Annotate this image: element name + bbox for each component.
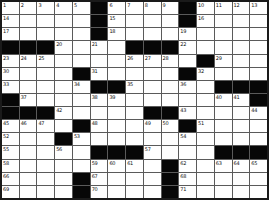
clue-number: 11	[216, 2, 222, 8]
cell-r5c13[interactable]: 29	[215, 55, 232, 67]
clue-number: 6	[109, 2, 112, 8]
cell-r4c14[interactable]	[233, 41, 250, 53]
cell-r2c12[interactable]: 16	[197, 15, 214, 27]
cell-r10c2[interactable]: 46	[20, 120, 37, 132]
cell-r8c14[interactable]: 41	[233, 94, 250, 106]
clue-number: 71	[180, 186, 186, 192]
cell-r8c8[interactable]	[126, 94, 143, 106]
cell-r3c10[interactable]	[162, 28, 179, 40]
clue-number: 59	[92, 160, 98, 166]
cell-r11c14[interactable]	[233, 133, 250, 145]
cell-r14c3[interactable]	[37, 173, 54, 185]
black-cell-r12c7	[108, 146, 125, 158]
clue-number: 64	[234, 160, 240, 166]
cell-r13c4[interactable]	[55, 160, 72, 172]
cell-r4c7[interactable]	[108, 41, 125, 53]
cell-r4c11[interactable]: 22	[179, 41, 196, 53]
cell-r11c2[interactable]	[20, 133, 37, 145]
cell-r5c8[interactable]: 26	[126, 55, 143, 67]
cell-r14c4[interactable]	[55, 173, 72, 185]
clue-number: 55	[3, 146, 9, 152]
clue-number: 13	[251, 2, 257, 8]
cell-r3c11[interactable]: 19	[179, 28, 196, 40]
black-cell-r8c1	[2, 94, 19, 106]
cell-r1c3[interactable]: 3	[37, 2, 54, 14]
cell-r8c9[interactable]	[144, 94, 161, 106]
black-cell-r1c11	[179, 2, 196, 14]
cell-r6c4[interactable]	[55, 68, 72, 80]
clue-number: 50	[163, 120, 169, 126]
cell-r2c10[interactable]	[162, 15, 179, 27]
black-cell-r9c3	[37, 107, 54, 119]
cell-r10c14[interactable]	[233, 120, 250, 132]
black-cell-r2c11	[179, 15, 196, 27]
cell-r12c11[interactable]	[179, 146, 196, 158]
cell-r14c6[interactable]: 67	[91, 173, 108, 185]
cell-r3c3[interactable]	[37, 28, 54, 40]
cell-r4c15[interactable]	[250, 41, 267, 53]
clue-number: 66	[3, 173, 9, 179]
black-cell-r4c9	[144, 41, 161, 53]
clue-number: 9	[163, 2, 166, 8]
clue-number: 5	[74, 2, 77, 8]
cell-r3c12[interactable]	[197, 28, 214, 40]
cell-r11c11[interactable]: 54	[179, 133, 196, 145]
cell-r14c9[interactable]	[144, 173, 161, 185]
cell-r3c5[interactable]	[73, 28, 90, 40]
clue-number: 65	[251, 160, 257, 166]
cell-r13c1[interactable]: 58	[2, 160, 19, 172]
black-cell-r6c11	[179, 68, 196, 80]
clue-number: 15	[109, 15, 115, 21]
clue-number: 12	[234, 2, 240, 8]
cell-r1c2[interactable]: 2	[20, 2, 37, 14]
crossword-grid: 1234567891011121314151617181920212223242…	[0, 0, 269, 200]
clue-number: 27	[145, 55, 151, 61]
cell-r14c12[interactable]	[197, 173, 214, 185]
cell-r1c5[interactable]: 5	[73, 2, 90, 14]
cell-r6c7[interactable]	[108, 68, 125, 80]
cell-r3c2[interactable]	[20, 28, 37, 40]
black-cell-r7c14	[233, 81, 250, 93]
cell-r15c6[interactable]: 70	[91, 186, 108, 198]
clue-number: 4	[56, 2, 59, 8]
cell-r3c9[interactable]	[144, 28, 161, 40]
clue-number: 52	[3, 133, 9, 139]
cell-r2c14[interactable]	[233, 15, 250, 27]
cell-r3c8[interactable]	[126, 28, 143, 40]
cell-r5c11[interactable]	[179, 55, 196, 67]
cell-r3c13[interactable]	[215, 28, 232, 40]
cell-r8c11[interactable]	[179, 94, 196, 106]
cell-r2c13[interactable]	[215, 15, 232, 27]
cell-r5c10[interactable]: 28	[162, 55, 179, 67]
cell-r10c8[interactable]	[126, 120, 143, 132]
cell-r15c15[interactable]	[250, 186, 267, 198]
cell-r6c13[interactable]	[215, 68, 232, 80]
clue-number: 14	[3, 15, 9, 21]
cell-r10c13[interactable]	[215, 120, 232, 132]
cell-r14c7[interactable]	[108, 173, 125, 185]
cell-r9c6[interactable]	[91, 107, 108, 119]
clue-number: 21	[92, 41, 98, 47]
clue-number: 18	[109, 28, 115, 34]
clue-number: 29	[216, 55, 222, 61]
cell-r8c12[interactable]	[197, 94, 214, 106]
cell-r13c11[interactable]: 62	[179, 160, 196, 172]
black-cell-r5c12	[197, 55, 214, 67]
cell-r11c5[interactable]: 53	[73, 133, 90, 145]
cell-r14c1[interactable]: 66	[2, 173, 19, 185]
cell-r8c4[interactable]	[55, 94, 72, 106]
cell-r7c4[interactable]	[55, 81, 72, 93]
cell-r12c2[interactable]	[20, 146, 37, 158]
cell-r5c15[interactable]	[250, 55, 267, 67]
cell-r10c7[interactable]	[108, 120, 125, 132]
black-cell-r7c7	[108, 81, 125, 93]
black-cell-r10c5	[73, 120, 90, 132]
cell-r13c5[interactable]	[73, 160, 90, 172]
clue-number: 26	[127, 55, 133, 61]
cell-r15c3[interactable]	[37, 186, 54, 198]
cell-r1c14[interactable]: 12	[233, 2, 250, 14]
cell-r11c7[interactable]	[108, 133, 125, 145]
cell-r14c13[interactable]	[215, 173, 232, 185]
cell-r13c15[interactable]: 65	[250, 160, 267, 172]
crossword-page: 1234567891011121314151617181920212223242…	[0, 0, 270, 202]
clue-number: 16	[198, 15, 204, 21]
cell-r11c12[interactable]	[197, 133, 214, 145]
clue-number: 54	[180, 133, 186, 139]
cell-r8c10[interactable]	[162, 94, 179, 106]
clue-number: 53	[74, 133, 80, 139]
clue-number: 3	[38, 2, 41, 8]
cell-r7c9[interactable]	[144, 81, 161, 93]
clue-number: 1	[3, 2, 6, 8]
cell-r6c15[interactable]	[250, 68, 267, 80]
cell-r5c3[interactable]: 25	[37, 55, 54, 67]
cell-r6c1[interactable]: 30	[2, 68, 19, 80]
cell-r3c4[interactable]	[55, 28, 72, 40]
black-cell-r4c8	[126, 41, 143, 53]
black-cell-r6c5	[73, 68, 90, 80]
cell-r7c12[interactable]	[197, 81, 214, 93]
black-cell-r13c10	[162, 160, 179, 172]
clue-number: 31	[92, 68, 98, 74]
cell-r4c13[interactable]	[215, 41, 232, 53]
clue-number: 33	[3, 81, 9, 87]
cell-r1c13[interactable]: 11	[215, 2, 232, 14]
cell-r2c9[interactable]	[144, 15, 161, 27]
cell-r8c13[interactable]: 40	[215, 94, 232, 106]
cell-r4c12[interactable]	[197, 41, 214, 53]
black-cell-r11c4	[55, 133, 72, 145]
cell-r15c2[interactable]	[20, 186, 37, 198]
black-cell-r4c3	[37, 41, 54, 53]
clue-number: 60	[109, 160, 115, 166]
cell-r3c7[interactable]: 18	[108, 28, 125, 40]
black-cell-r7c6	[91, 81, 108, 93]
cell-r5c5[interactable]	[73, 55, 90, 67]
black-cell-r12c13	[215, 146, 232, 158]
cell-r1c4[interactable]: 4	[55, 2, 72, 14]
clue-number: 47	[38, 120, 44, 126]
cell-r11c1[interactable]: 52	[2, 133, 19, 145]
cell-r6c6[interactable]: 31	[91, 68, 108, 80]
cell-r5c1[interactable]: 23	[2, 55, 19, 67]
black-cell-r9c10	[162, 107, 179, 119]
clue-number: 44	[251, 107, 257, 113]
cell-r6c12[interactable]: 32	[197, 68, 214, 80]
clue-number: 42	[56, 107, 62, 113]
black-cell-r15c5	[73, 186, 90, 198]
black-cell-r14c5	[73, 173, 90, 185]
cell-r2c3[interactable]	[37, 15, 54, 27]
cell-r12c1[interactable]: 55	[2, 146, 19, 158]
clue-number: 8	[145, 2, 148, 8]
clue-number: 62	[180, 160, 186, 166]
cell-r9c14[interactable]	[233, 107, 250, 119]
cell-r9c8[interactable]	[126, 107, 143, 119]
cell-r11c10[interactable]	[162, 133, 179, 145]
clue-number: 20	[56, 41, 62, 47]
cell-r13c12[interactable]	[197, 160, 214, 172]
clue-number: 67	[92, 173, 98, 179]
cell-r9c11[interactable]: 43	[179, 107, 196, 119]
cell-r7c11[interactable]: 36	[179, 81, 196, 93]
cell-r12c10[interactable]	[162, 146, 179, 158]
black-cell-r2c6	[91, 15, 108, 27]
cell-r12c4[interactable]: 56	[55, 146, 72, 158]
cell-r8c7[interactable]: 39	[108, 94, 125, 106]
black-cell-r7c13	[215, 81, 232, 93]
cell-r6c14[interactable]	[233, 68, 250, 80]
clue-number: 10	[198, 2, 204, 8]
cell-r11c13[interactable]	[215, 133, 232, 145]
cell-r12c9[interactable]: 57	[144, 146, 161, 158]
clue-number: 35	[127, 81, 133, 87]
cell-r15c8[interactable]	[126, 186, 143, 198]
clue-number: 24	[21, 55, 27, 61]
cell-r10c3[interactable]: 47	[37, 120, 54, 132]
cell-r15c9[interactable]	[144, 186, 161, 198]
black-cell-r4c10	[162, 41, 179, 53]
cell-r6c2[interactable]	[20, 68, 37, 80]
cell-r12c12[interactable]	[197, 146, 214, 158]
black-cell-r9c2	[20, 107, 37, 119]
clue-number: 61	[127, 160, 133, 166]
clue-number: 48	[92, 120, 98, 126]
cell-r4c4[interactable]: 20	[55, 41, 72, 53]
cell-r9c15[interactable]: 44	[250, 107, 267, 119]
cell-r8c5[interactable]	[73, 94, 90, 106]
clue-number: 34	[74, 81, 80, 87]
clue-number: 70	[92, 186, 98, 192]
black-cell-r4c2	[20, 41, 37, 53]
cell-r13c3[interactable]	[37, 160, 54, 172]
cell-r4c6[interactable]: 21	[91, 41, 108, 53]
clue-number: 2	[21, 2, 24, 8]
clue-number: 57	[145, 146, 151, 152]
cell-r7c5[interactable]: 34	[73, 81, 90, 93]
clue-number: 69	[3, 186, 9, 192]
clue-number: 58	[3, 160, 9, 166]
cell-r2c5[interactable]	[73, 15, 90, 27]
cell-r15c1[interactable]: 69	[2, 186, 19, 198]
clue-number: 43	[180, 107, 186, 113]
cell-r6c9[interactable]	[144, 68, 161, 80]
cell-r14c15[interactable]	[250, 173, 267, 185]
black-cell-r12c14	[233, 146, 250, 158]
cell-r7c3[interactable]	[37, 81, 54, 93]
clue-number: 37	[21, 94, 27, 100]
cell-r15c11[interactable]: 71	[179, 186, 196, 198]
cell-r8c6[interactable]: 38	[91, 94, 108, 106]
black-cell-r10c11	[179, 120, 196, 132]
cell-r9c5[interactable]	[73, 107, 90, 119]
cell-r4c5[interactable]	[73, 41, 90, 53]
cell-r15c4[interactable]	[55, 186, 72, 198]
cell-r1c10[interactable]: 9	[162, 2, 179, 14]
cell-r10c6[interactable]: 48	[91, 120, 108, 132]
cell-r13c13[interactable]: 63	[215, 160, 232, 172]
clue-number: 51	[198, 120, 204, 126]
cell-r3c14[interactable]	[233, 28, 250, 40]
clue-number: 39	[109, 94, 115, 100]
cell-r13c7[interactable]: 60	[108, 160, 125, 172]
clue-number: 36	[180, 81, 186, 87]
cell-r7c10[interactable]	[162, 81, 179, 93]
clue-number: 38	[92, 94, 98, 100]
cell-r7c8[interactable]: 35	[126, 81, 143, 93]
clue-number: 41	[234, 94, 240, 100]
clue-number: 40	[216, 94, 222, 100]
cell-r14c11[interactable]: 68	[179, 173, 196, 185]
black-cell-r12c6	[91, 146, 108, 158]
cell-r14c2[interactable]	[20, 173, 37, 185]
black-cell-r9c9	[144, 107, 161, 119]
cell-r5c6[interactable]	[91, 55, 108, 67]
cell-r1c15[interactable]: 13	[250, 2, 267, 14]
cell-r15c13[interactable]	[215, 186, 232, 198]
black-cell-r12c8	[126, 146, 143, 158]
cell-r2c15[interactable]	[250, 15, 267, 27]
cell-r2c1[interactable]: 14	[2, 15, 19, 27]
cell-r15c12[interactable]	[197, 186, 214, 198]
cell-r11c6[interactable]	[91, 133, 108, 145]
cell-r11c15[interactable]	[250, 133, 267, 145]
cell-r1c12[interactable]: 10	[197, 2, 214, 14]
clue-number: 22	[180, 41, 186, 47]
cell-r6c8[interactable]	[126, 68, 143, 80]
cell-r11c3[interactable]	[37, 133, 54, 145]
clue-number: 23	[3, 55, 9, 61]
cell-r11c8[interactable]	[126, 133, 143, 145]
cell-r7c1[interactable]: 33	[2, 81, 19, 93]
cell-r15c7[interactable]	[108, 186, 125, 198]
clue-number: 30	[3, 68, 9, 74]
cell-r8c2[interactable]: 37	[20, 94, 37, 106]
clue-number: 45	[3, 120, 9, 126]
cell-r14c14[interactable]	[233, 173, 250, 185]
cell-r12c5[interactable]	[73, 146, 90, 158]
cell-r9c13[interactable]	[215, 107, 232, 119]
cell-r2c7[interactable]: 15	[108, 15, 125, 27]
clue-number: 46	[21, 120, 27, 126]
cell-r11c9[interactable]	[144, 133, 161, 145]
cell-r2c8[interactable]	[126, 15, 143, 27]
clue-number: 7	[127, 2, 130, 8]
black-cell-r9c1	[2, 107, 19, 119]
cell-r13c9[interactable]	[144, 160, 161, 172]
cell-r8c3[interactable]	[37, 94, 54, 106]
cell-r10c12[interactable]: 51	[197, 120, 214, 132]
cell-r5c4[interactable]	[55, 55, 72, 67]
cell-r13c14[interactable]: 64	[233, 160, 250, 172]
cell-r15c14[interactable]	[233, 186, 250, 198]
cell-r10c4[interactable]	[55, 120, 72, 132]
clue-number: 63	[216, 160, 222, 166]
clue-number: 49	[145, 120, 151, 126]
black-cell-r15c10	[162, 186, 179, 198]
clue-number: 19	[180, 28, 186, 34]
cell-r13c2[interactable]	[20, 160, 37, 172]
cell-r13c8[interactable]: 61	[126, 160, 143, 172]
cell-r9c12[interactable]	[197, 107, 214, 119]
clue-number: 56	[56, 146, 62, 152]
cell-r3c1[interactable]: 17	[2, 28, 19, 40]
cell-r5c14[interactable]	[233, 55, 250, 67]
cell-r1c7[interactable]: 6	[108, 2, 125, 14]
cell-r3c15[interactable]	[250, 28, 267, 40]
cell-r1c1[interactable]: 1	[2, 2, 19, 14]
clue-number: 25	[38, 55, 44, 61]
cell-r5c9[interactable]: 27	[144, 55, 161, 67]
cell-r10c10[interactable]: 50	[162, 120, 179, 132]
cell-r1c9[interactable]: 8	[144, 2, 161, 14]
black-cell-r1c6	[91, 2, 108, 14]
black-cell-r8c15	[250, 94, 267, 106]
clue-number: 17	[3, 28, 9, 34]
black-cell-r14c10	[162, 173, 179, 185]
cell-r5c7[interactable]	[108, 55, 125, 67]
cell-r14c8[interactable]	[126, 173, 143, 185]
cell-r2c4[interactable]	[55, 15, 72, 27]
cell-r12c3[interactable]	[37, 146, 54, 158]
clue-number: 68	[180, 173, 186, 179]
cell-r10c1[interactable]: 45	[2, 120, 19, 132]
cell-r5c2[interactable]: 24	[20, 55, 37, 67]
cell-r9c4[interactable]: 42	[55, 107, 72, 119]
cell-r9c7[interactable]	[108, 107, 125, 119]
black-cell-r3c6	[91, 28, 108, 40]
cell-r7c2[interactable]	[20, 81, 37, 93]
black-cell-r4c1	[2, 41, 19, 53]
cell-r10c9[interactable]: 49	[144, 120, 161, 132]
cell-r1c8[interactable]: 7	[126, 2, 143, 14]
cell-r13c6[interactable]: 59	[91, 160, 108, 172]
black-cell-r12c15	[250, 146, 267, 158]
cell-r2c2[interactable]	[20, 15, 37, 27]
clue-number: 28	[163, 55, 169, 61]
cell-r6c3[interactable]	[37, 68, 54, 80]
black-cell-r7c15	[250, 81, 267, 93]
cell-r10c15[interactable]	[250, 120, 267, 132]
cell-r6c10[interactable]	[162, 68, 179, 80]
clue-number: 32	[198, 68, 204, 74]
